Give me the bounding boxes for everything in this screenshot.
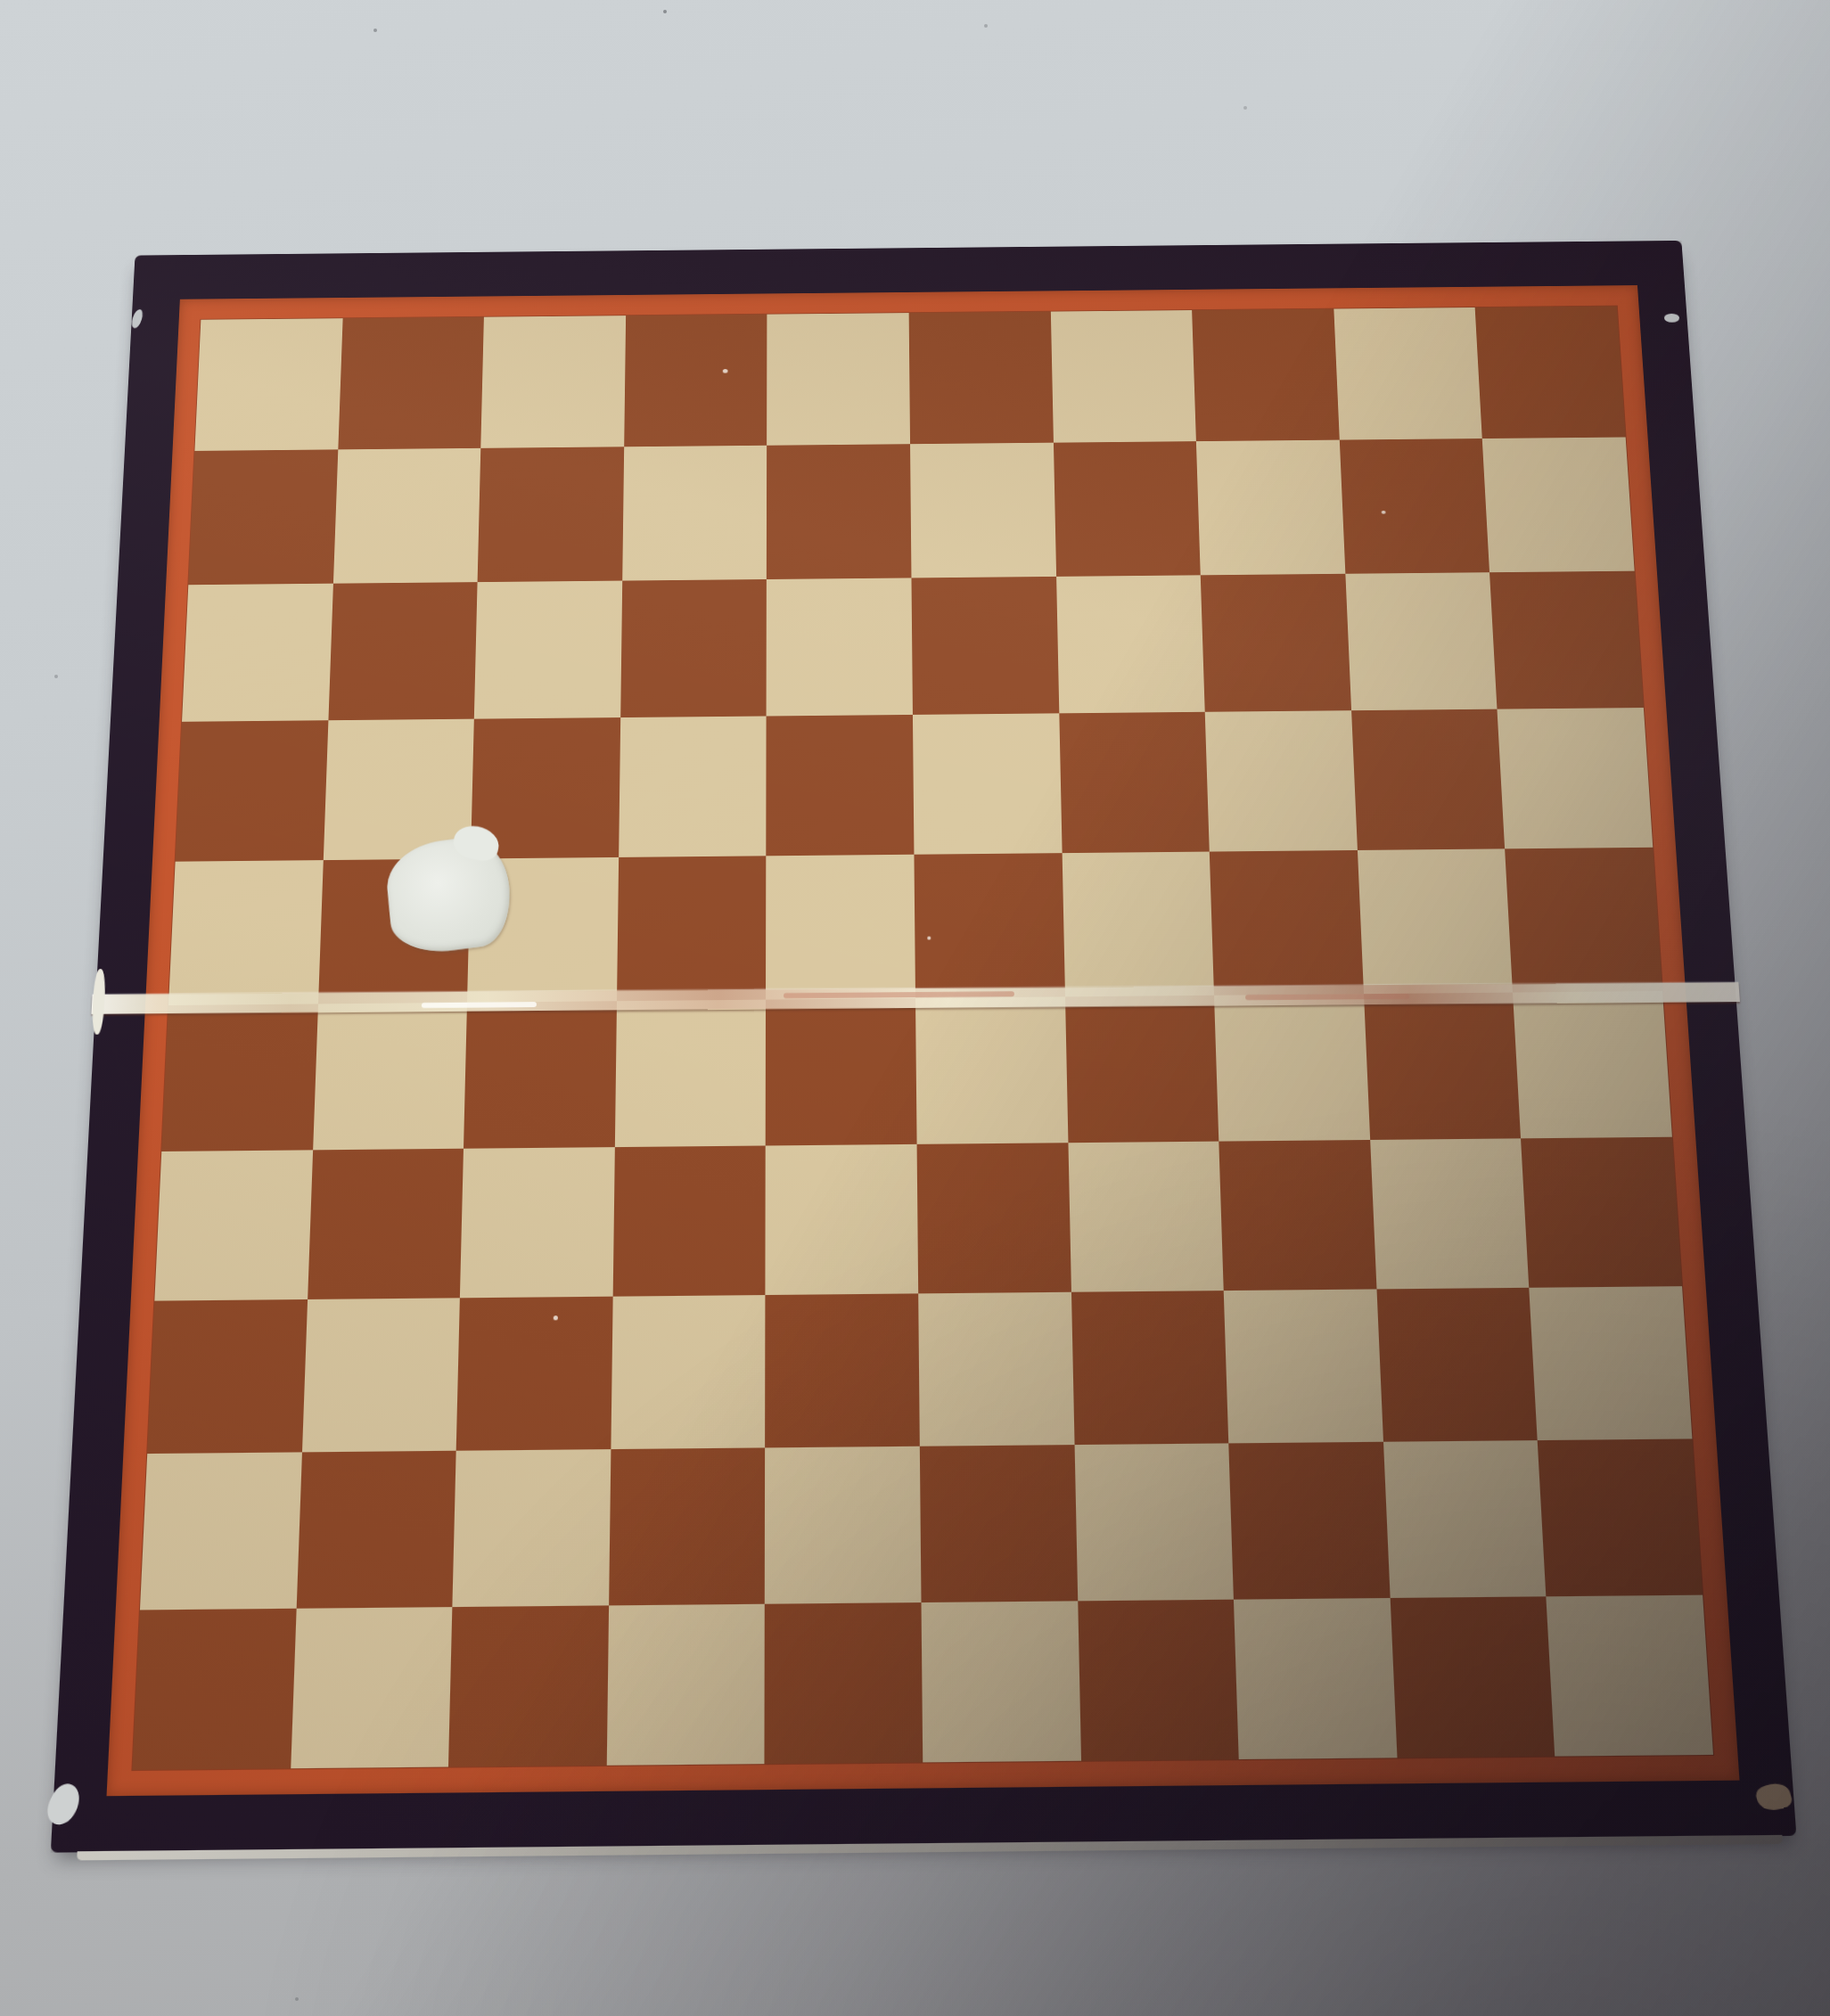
board-square [917,1143,1071,1293]
board-grid [132,306,1713,1769]
wear-mark-bottom-right [1754,1781,1794,1814]
board-square [168,860,323,1004]
board-square [328,582,478,720]
board-square [1050,310,1196,443]
board-square [1358,849,1514,994]
board-square [1547,1595,1713,1757]
paper-fleck [1382,511,1386,514]
board-square [1538,1438,1703,1596]
wear-mark-top-right [1664,314,1680,323]
board-square [338,317,484,450]
board-square [1065,995,1219,1143]
board-square [1074,1443,1234,1601]
board-square [1530,1286,1693,1440]
board-square [615,999,767,1147]
board-square [913,714,1062,855]
board-square [1340,438,1490,574]
board-square [909,312,1054,445]
cardboard-edge [77,1835,1784,1861]
board-square [1192,309,1339,442]
board-square [182,584,332,722]
board-square [296,1451,456,1609]
board-square [1078,1600,1239,1761]
board-square [1214,994,1370,1142]
board-square [911,577,1058,715]
board-square [765,1602,923,1764]
board-square [1224,1289,1383,1443]
board-square [291,1607,453,1768]
board-square [766,1143,918,1294]
draughts-board [51,241,1797,1853]
board-square [619,717,767,858]
board-square [1196,440,1345,576]
board-square [1489,571,1643,709]
paper-fleck [723,369,728,373]
board-square [1228,1442,1390,1600]
board-square [464,1001,617,1149]
board-square [1498,708,1653,848]
board-square [1219,1140,1376,1291]
board-square [611,1295,766,1449]
board-square [1234,1598,1397,1759]
board-square [154,1150,312,1300]
board-square [765,1446,921,1604]
wear-mark-bottom-left [42,1779,86,1830]
board-square [302,1298,461,1452]
board-square [480,316,625,448]
board-square [1210,850,1364,995]
board-square [333,448,481,584]
board-square [1201,574,1351,712]
board-square [1370,1138,1530,1289]
board-square [920,1445,1078,1602]
board-square [478,447,624,582]
board-square [308,1148,464,1299]
board-square [188,449,338,585]
board-square [1071,1291,1229,1445]
photo-scene [0,0,1830,2016]
board-square [147,1299,307,1454]
board-square [922,1601,1081,1762]
board-square [612,1145,766,1296]
board-square [767,715,915,856]
board-square [1513,990,1672,1137]
board-square [1383,1440,1547,1598]
board-square [1506,848,1662,992]
board-square [766,1293,920,1447]
board-square [914,854,1064,998]
board-square [767,313,911,446]
board-square [140,1452,302,1610]
board-square [448,1605,609,1766]
board-square [622,446,767,581]
board-square [1482,438,1635,573]
board-square [766,998,916,1146]
board-square [1334,307,1482,440]
board-square [624,315,767,447]
board-square [1205,710,1358,851]
board-square [460,1147,615,1298]
board-square [609,1447,766,1605]
board-square [1376,1287,1538,1441]
board-square [161,1004,317,1151]
board-square [456,1296,613,1450]
wear-mark-top-left [130,308,145,329]
board-square [1062,852,1214,996]
board-square [313,1002,467,1150]
board-square [1054,441,1201,577]
board-square [453,1449,611,1607]
board-square [1351,709,1506,850]
board-square [176,721,328,863]
board-square [767,578,913,717]
board-square [1059,712,1210,853]
board-square [194,318,342,451]
board-square [910,443,1056,578]
board-square [1364,992,1522,1139]
board-square [620,579,767,717]
board-square [915,996,1068,1144]
board-square [1521,1136,1682,1287]
board-square [1475,306,1626,438]
board-square [607,1604,766,1766]
board-square [1345,572,1498,710]
board-square [1068,1141,1224,1291]
board-square [617,856,767,1001]
board-square [766,855,915,999]
board-square [474,581,622,719]
dust-specks [0,0,2,2]
paper-fleck [927,937,931,940]
board-square [132,1609,296,1770]
board-square [1056,576,1205,714]
board-square [1390,1596,1555,1758]
board-square [767,444,911,579]
board-square [918,1291,1074,1446]
